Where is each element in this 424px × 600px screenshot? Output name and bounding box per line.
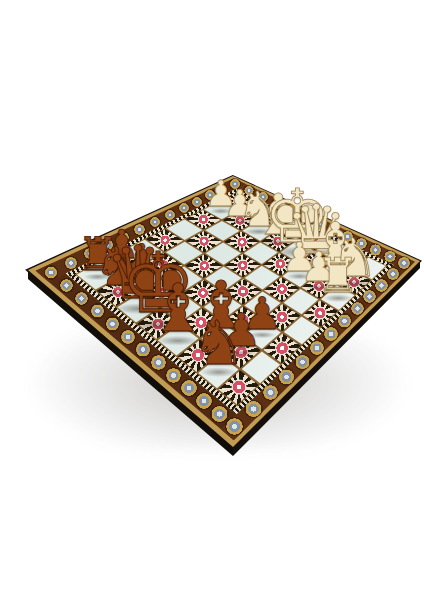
border-medallion [106,317,120,331]
border-medallion [211,406,227,422]
square-rosette [236,236,247,247]
square-rosette [275,341,289,355]
border-medallion [279,369,294,384]
border-medallion [165,210,175,220]
border-medallion [75,292,88,305]
border-medallion [245,401,261,417]
border-medallion [45,266,57,278]
chess-piece-white-r: ♜ [316,251,359,299]
border-medallion [295,355,310,370]
border-medallion [91,304,104,317]
border-medallion [338,314,352,328]
square-rosette [199,236,210,247]
border-medallion [192,197,202,207]
chess-set-photo: ♟♟♞♝♚♛♝♞♟♟♜♟♟♟♝♟♜♞♛♚♝♞ [0,0,424,600]
border-medallion [398,257,410,269]
border-medallion [60,279,73,292]
border-medallion [65,257,77,269]
border-medallion [196,393,212,409]
border-medallion [384,251,396,263]
border-medallion [310,341,324,355]
square-rosette [231,380,246,395]
square-rosette [314,307,327,320]
chess-board: ♟♟♞♝♚♛♝♞♟♟♜♟♟♟♝♟♜♞♛♚♝♞ [0,0,424,600]
border-medallion [226,418,243,435]
border-medallion [166,368,181,383]
chess-piece-brown-n: ♞ [191,313,245,374]
border-medallion [151,355,166,370]
border-medallion [181,380,196,395]
